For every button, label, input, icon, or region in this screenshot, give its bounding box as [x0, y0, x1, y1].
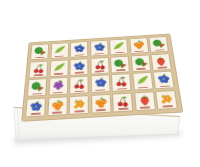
domino-tile-apricots[interactable]	[90, 94, 111, 114]
tile-caption	[33, 74, 43, 76]
tile-caption	[138, 87, 148, 89]
domino-tile-cherries[interactable]	[69, 76, 89, 95]
watermelon-icon	[151, 38, 167, 49]
watermelon-icon	[132, 56, 148, 68]
tile-caption	[96, 109, 106, 111]
domino-tile-cherries[interactable]	[28, 60, 48, 78]
domino-tile-leaf[interactable]	[109, 39, 128, 56]
tile-grid	[21, 33, 183, 121]
tile-caption	[74, 72, 83, 74]
tile-caption	[134, 50, 143, 52]
watermelon-icon	[112, 57, 127, 69]
domino-tile-watermelon[interactable]	[130, 54, 151, 72]
domino-tile-cherries[interactable]	[90, 57, 109, 75]
domino-tile-blueberries[interactable]	[153, 71, 175, 90]
domino-tile-grapes[interactable]	[48, 77, 68, 96]
domino-tile-apricots[interactable]	[47, 96, 68, 116]
tile-caption	[117, 88, 127, 90]
domino-tile-cherries[interactable]	[111, 73, 132, 92]
apricots-icon	[49, 98, 65, 112]
tile-caption	[118, 108, 128, 110]
domino-tile-blueberries[interactable]	[90, 75, 110, 94]
cloudberries-icon	[157, 92, 175, 106]
blueberries-icon	[72, 60, 87, 72]
leaf-icon	[51, 61, 66, 73]
apricots-icon	[131, 39, 146, 50]
strawberry-icon	[153, 55, 169, 67]
domino-tile-strawberry[interactable]	[150, 53, 171, 71]
domino-tile-leaf[interactable]	[132, 72, 153, 91]
tile-caption	[157, 67, 167, 69]
blueberries-icon	[72, 43, 86, 54]
domino-tile-blueberries[interactable]	[25, 97, 46, 117]
cherries-icon	[113, 75, 129, 88]
blueberries-icon	[92, 77, 107, 90]
tile-caption	[95, 70, 105, 72]
blueberries-icon	[155, 73, 172, 86]
domino-tile-blueberries[interactable]	[90, 40, 109, 57]
tile-caption	[52, 112, 62, 114]
tile-caption	[74, 54, 83, 56]
domino-tile-watermelon[interactable]	[27, 78, 48, 97]
tile-caption	[54, 73, 64, 75]
cloudberries-icon	[71, 97, 87, 111]
cherries-icon	[114, 94, 131, 108]
domino-tile-apricots[interactable]	[129, 37, 149, 54]
tile-caption	[162, 105, 173, 107]
domino-tile-leaf[interactable]	[49, 59, 68, 77]
cherries-icon	[71, 78, 86, 91]
leaf-icon	[52, 44, 66, 55]
blueberries-icon	[28, 99, 44, 113]
cherries-icon	[31, 62, 46, 74]
tile-caption	[114, 51, 123, 53]
tile-caption	[30, 113, 40, 115]
tile-caption	[115, 69, 125, 71]
tile-caption	[136, 68, 146, 70]
apricots-icon	[93, 96, 109, 110]
domino-tile-strawberry[interactable]	[133, 91, 155, 111]
tile-caption	[95, 89, 105, 91]
cherries-icon	[92, 58, 107, 70]
blueberries-icon	[92, 42, 107, 53]
domino-tile-watermelon[interactable]	[148, 36, 169, 53]
tile-caption	[94, 53, 103, 55]
tile-caption	[74, 111, 84, 113]
domino-tile-blueberries[interactable]	[70, 41, 88, 58]
watermelon-icon	[29, 80, 45, 93]
leaf-icon	[134, 74, 150, 87]
watermelon-icon	[32, 45, 47, 56]
domino-tile-watermelon[interactable]	[110, 55, 130, 73]
domino-tile-leaf[interactable]	[50, 42, 69, 59]
tile-caption	[53, 92, 63, 94]
tile-caption	[55, 55, 64, 57]
domino-tile-cherries[interactable]	[112, 92, 133, 112]
photo-scene	[0, 0, 200, 167]
tile-caption	[155, 49, 165, 51]
strawberry-icon	[136, 93, 153, 107]
tile-caption	[35, 56, 44, 58]
leaf-icon	[111, 40, 126, 51]
domino-tile-watermelon[interactable]	[30, 44, 49, 61]
domino-tile-cloudberries[interactable]	[155, 90, 178, 110]
tile-caption	[159, 85, 169, 87]
domino-tile-blueberries[interactable]	[69, 58, 88, 76]
tile-caption	[140, 107, 150, 109]
tile-caption	[32, 93, 42, 95]
tile-caption	[74, 90, 84, 92]
grapes-icon	[50, 79, 65, 92]
domino-tile-cloudberries[interactable]	[69, 95, 89, 115]
